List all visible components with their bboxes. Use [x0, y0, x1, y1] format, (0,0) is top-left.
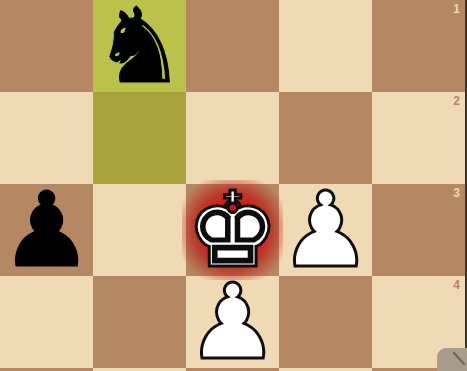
rank-label-3: 3 — [453, 187, 460, 199]
resize-diagonal-icon — [437, 348, 467, 371]
board-resize-handle[interactable] — [437, 348, 467, 371]
black-knight-d1[interactable]: ♞ — [93, 0, 186, 98]
square-a3[interactable]: 3 — [372, 184, 465, 276]
square-e3[interactable]: ♟ — [0, 184, 93, 276]
square-c4[interactable]: ♟ — [186, 276, 279, 368]
board-viewport: ♞ 1 2 ♟ ♚ ♟ 3 ♟ — [0, 0, 467, 371]
square-d4[interactable] — [93, 276, 186, 368]
black-pawn-e3[interactable]: ♟ — [0, 178, 93, 282]
square-a2[interactable]: 2 — [372, 92, 465, 184]
white-pawn-b3[interactable]: ♟ — [279, 178, 372, 282]
square-e1[interactable] — [0, 0, 93, 92]
chess-board: ♞ 1 2 ♟ ♚ ♟ 3 ♟ — [0, 0, 465, 371]
square-b3[interactable]: ♟ — [279, 184, 372, 276]
white-pawn-c4[interactable]: ♟ — [186, 270, 279, 371]
square-d3[interactable] — [93, 184, 186, 276]
rank-label-2: 2 — [453, 95, 460, 107]
rank-label-1: 1 — [453, 3, 460, 15]
rank-label-4: 4 — [453, 279, 460, 291]
square-b1[interactable] — [279, 0, 372, 92]
square-c1[interactable] — [186, 0, 279, 92]
square-a1[interactable]: 1 — [372, 0, 465, 92]
square-d1-lastmove-to[interactable]: ♞ — [93, 0, 186, 92]
